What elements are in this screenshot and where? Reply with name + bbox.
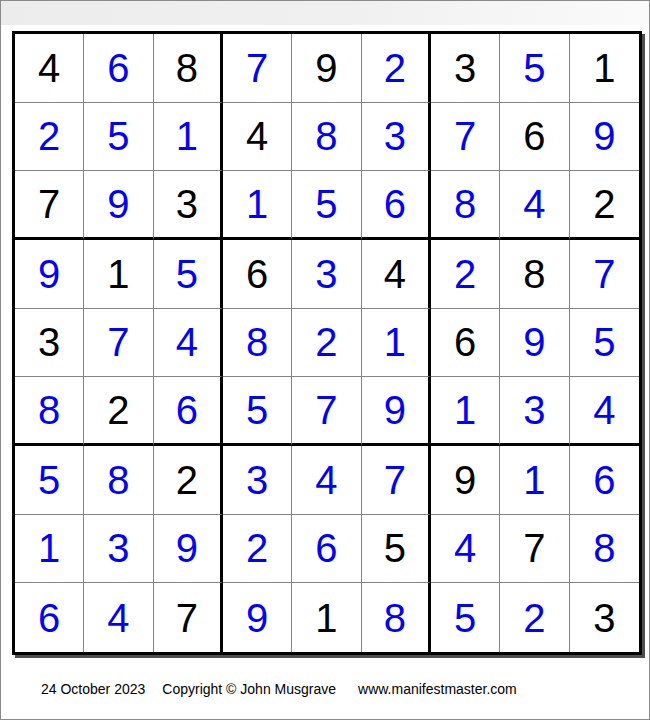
- cell-r9c6: 8: [362, 583, 431, 652]
- cell-r7c4: 3: [223, 446, 292, 515]
- cell-r4c2: 1: [84, 240, 153, 309]
- cell-r9c5: 1: [292, 583, 361, 652]
- cell-r5c6: 1: [362, 309, 431, 378]
- cell-r6c6: 9: [362, 377, 431, 446]
- cell-r3c1: 7: [15, 171, 84, 240]
- cell-r2c6: 3: [362, 103, 431, 172]
- cell-r5c5: 2: [292, 309, 361, 378]
- footer-copyright: Copyright © John Musgrave: [162, 681, 336, 697]
- cell-r1c4: 7: [223, 34, 292, 103]
- cell-r4c8: 8: [500, 240, 569, 309]
- cell-r9c1: 6: [15, 583, 84, 652]
- cell-r2c9: 9: [570, 103, 639, 172]
- cell-r7c1: 5: [15, 446, 84, 515]
- cell-r6c7: 1: [431, 377, 500, 446]
- cell-r8c1: 1: [15, 515, 84, 584]
- cell-r9c7: 5: [431, 583, 500, 652]
- page: 4687923512514837697931568429156342873748…: [0, 0, 650, 720]
- cell-r6c1: 8: [15, 377, 84, 446]
- cell-r3c3: 3: [154, 171, 223, 240]
- cell-r4c5: 3: [292, 240, 361, 309]
- cell-r8c3: 9: [154, 515, 223, 584]
- cell-r6c3: 6: [154, 377, 223, 446]
- cell-r6c4: 5: [223, 377, 292, 446]
- cell-r2c4: 4: [223, 103, 292, 172]
- cell-r1c2: 6: [84, 34, 153, 103]
- cell-r1c5: 9: [292, 34, 361, 103]
- cell-r2c3: 1: [154, 103, 223, 172]
- cell-r3c7: 8: [431, 171, 500, 240]
- cell-r8c7: 4: [431, 515, 500, 584]
- footer-date: 24 October 2023: [41, 681, 145, 697]
- cell-r5c9: 5: [570, 309, 639, 378]
- cell-r4c9: 7: [570, 240, 639, 309]
- cell-r3c6: 6: [362, 171, 431, 240]
- cell-r4c1: 9: [15, 240, 84, 309]
- cell-r8c6: 5: [362, 515, 431, 584]
- cell-r6c8: 3: [500, 377, 569, 446]
- cell-r5c8: 9: [500, 309, 569, 378]
- cell-r6c2: 2: [84, 377, 153, 446]
- cell-r1c1: 4: [15, 34, 84, 103]
- cell-r4c3: 5: [154, 240, 223, 309]
- cell-r1c9: 1: [570, 34, 639, 103]
- cell-r7c8: 1: [500, 446, 569, 515]
- cell-r7c9: 6: [570, 446, 639, 515]
- cell-r1c6: 2: [362, 34, 431, 103]
- cell-r9c8: 2: [500, 583, 569, 652]
- cell-r7c6: 7: [362, 446, 431, 515]
- cell-r4c4: 6: [223, 240, 292, 309]
- cell-r3c4: 1: [223, 171, 292, 240]
- cell-r9c4: 9: [223, 583, 292, 652]
- cell-r5c7: 6: [431, 309, 500, 378]
- cell-r1c3: 8: [154, 34, 223, 103]
- cell-r6c9: 4: [570, 377, 639, 446]
- cell-r2c2: 5: [84, 103, 153, 172]
- cell-r3c9: 2: [570, 171, 639, 240]
- cell-r9c9: 3: [570, 583, 639, 652]
- sudoku-board: 4687923512514837697931568429156342873748…: [12, 31, 642, 655]
- cell-r1c8: 5: [500, 34, 569, 103]
- cell-r9c3: 7: [154, 583, 223, 652]
- cell-r7c7: 9: [431, 446, 500, 515]
- cell-r5c4: 8: [223, 309, 292, 378]
- cell-r5c2: 7: [84, 309, 153, 378]
- cell-r4c7: 2: [431, 240, 500, 309]
- cell-r7c5: 4: [292, 446, 361, 515]
- cell-r7c3: 2: [154, 446, 223, 515]
- cell-r3c2: 9: [84, 171, 153, 240]
- cell-r3c8: 4: [500, 171, 569, 240]
- cell-r2c7: 7: [431, 103, 500, 172]
- cell-r8c8: 7: [500, 515, 569, 584]
- cell-r2c8: 6: [500, 103, 569, 172]
- footer-website: www.manifestmaster.com: [358, 681, 517, 697]
- footer: 24 October 2023Copyright © John Musgrave…: [1, 681, 649, 697]
- cell-r8c5: 6: [292, 515, 361, 584]
- cell-r2c1: 2: [15, 103, 84, 172]
- cell-r9c2: 4: [84, 583, 153, 652]
- cell-r3c5: 5: [292, 171, 361, 240]
- cell-r7c2: 8: [84, 446, 153, 515]
- cell-r6c5: 7: [292, 377, 361, 446]
- header-bar: [1, 1, 649, 25]
- cell-r5c3: 4: [154, 309, 223, 378]
- cell-r5c1: 3: [15, 309, 84, 378]
- cell-r4c6: 4: [362, 240, 431, 309]
- cell-r8c4: 2: [223, 515, 292, 584]
- cell-r1c7: 3: [431, 34, 500, 103]
- cell-r8c9: 8: [570, 515, 639, 584]
- cell-r2c5: 8: [292, 103, 361, 172]
- cell-r8c2: 3: [84, 515, 153, 584]
